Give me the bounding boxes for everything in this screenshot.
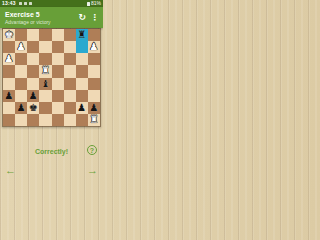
piece-black-king: ♚ (29, 102, 38, 112)
square-g8[interactable]: ♜ (76, 29, 88, 41)
square-d4[interactable]: ♝ (39, 78, 51, 90)
square-h2[interactable]: ♟ (88, 102, 100, 114)
square-c8[interactable] (27, 29, 39, 41)
square-e7[interactable] (52, 41, 64, 53)
square-c7[interactable] (27, 41, 39, 53)
clock: 13:43 (2, 0, 16, 7)
piece-black-rook: ♜ (77, 30, 86, 40)
square-f8[interactable] (64, 29, 76, 41)
square-f4[interactable] (64, 78, 76, 90)
square-h4[interactable] (88, 78, 100, 90)
square-a8[interactable]: ♚ (3, 29, 15, 41)
battery-percent: 81% (91, 0, 101, 7)
square-h3[interactable] (88, 90, 100, 102)
square-a3[interactable]: ♟ (3, 90, 15, 102)
square-h6[interactable] (88, 53, 100, 65)
square-c5[interactable] (27, 65, 39, 77)
next-exercise-button[interactable]: → (87, 165, 98, 176)
right-arrow-icon: → (87, 164, 98, 176)
notification-icon (24, 2, 27, 5)
square-f1[interactable] (64, 114, 76, 126)
square-c4[interactable] (27, 78, 39, 90)
piece-white-rook: ♜ (41, 66, 50, 76)
square-c1[interactable] (27, 114, 39, 126)
square-b4[interactable] (15, 78, 27, 90)
square-a1[interactable] (3, 114, 15, 126)
status-bar: 13:43 81% (0, 0, 103, 7)
piece-black-pawn: ♟ (5, 90, 14, 100)
square-a6[interactable]: ♟ (3, 53, 15, 65)
square-e5[interactable] (52, 65, 64, 77)
piece-black-pawn: ♟ (17, 102, 26, 112)
square-f6[interactable] (64, 53, 76, 65)
left-arrow-icon: ← (5, 164, 16, 176)
square-g6[interactable] (76, 53, 88, 65)
square-g7[interactable] (76, 41, 88, 53)
previous-exercise-button[interactable]: ← (5, 165, 16, 176)
square-f2[interactable] (64, 102, 76, 114)
piece-white-rook: ♜ (89, 114, 98, 124)
square-b8[interactable] (15, 29, 27, 41)
square-f3[interactable] (64, 90, 76, 102)
square-a2[interactable] (3, 102, 15, 114)
square-b3[interactable] (15, 90, 27, 102)
question-icon: ? (90, 147, 94, 154)
square-a5[interactable] (3, 65, 15, 77)
square-e6[interactable] (52, 53, 64, 65)
square-g2[interactable]: ♟ (76, 102, 88, 114)
notification-icon (19, 2, 22, 5)
square-d1[interactable] (39, 114, 51, 126)
square-f5[interactable] (64, 65, 76, 77)
piece-black-pawn: ♟ (77, 102, 86, 112)
piece-black-pawn: ♟ (29, 90, 38, 100)
square-a4[interactable] (3, 78, 15, 90)
square-c2[interactable]: ♚ (27, 102, 39, 114)
battery-icon (87, 2, 90, 6)
square-g4[interactable] (76, 78, 88, 90)
page-title: Exercise 5 (5, 11, 78, 19)
piece-black-bishop: ♝ (41, 78, 50, 88)
square-h5[interactable] (88, 65, 100, 77)
notification-icon (29, 2, 32, 5)
square-b5[interactable] (15, 65, 27, 77)
square-c6[interactable] (27, 53, 39, 65)
square-c3[interactable]: ♟ (27, 90, 39, 102)
square-e1[interactable] (52, 114, 64, 126)
square-e3[interactable] (52, 90, 64, 102)
square-b2[interactable]: ♟ (15, 102, 27, 114)
notification-icons (19, 2, 32, 5)
square-g1[interactable] (76, 114, 88, 126)
chess-board: ♚♜♟♟♟♜♝♟♟♟♚♟♟♜ (2, 28, 101, 127)
square-e2[interactable] (52, 102, 64, 114)
square-e8[interactable] (52, 29, 64, 41)
piece-white-pawn: ♟ (89, 42, 98, 52)
page-subtitle: Advantage or victory (5, 19, 78, 25)
square-h1[interactable]: ♜ (88, 114, 100, 126)
overflow-menu-icon[interactable]: ⋮ (91, 14, 99, 22)
square-e4[interactable] (52, 78, 64, 90)
square-b1[interactable] (15, 114, 27, 126)
square-g5[interactable] (76, 65, 88, 77)
square-d5[interactable]: ♜ (39, 65, 51, 77)
hint-button[interactable]: ? (87, 145, 97, 155)
square-g3[interactable] (76, 90, 88, 102)
square-b7[interactable]: ♟ (15, 41, 27, 53)
square-d2[interactable] (39, 102, 51, 114)
square-d7[interactable] (39, 41, 51, 53)
square-f7[interactable] (64, 41, 76, 53)
square-d6[interactable] (39, 53, 51, 65)
refresh-icon[interactable]: ↻ (78, 13, 86, 22)
battery-status: 81% (87, 0, 101, 7)
app-bar: Exercise 5 Advantage or victory ↻ ⋮ (0, 7, 103, 28)
square-a7[interactable] (3, 41, 15, 53)
square-h8[interactable] (88, 29, 100, 41)
piece-white-king: ♚ (5, 30, 14, 40)
piece-white-pawn: ♟ (5, 54, 14, 64)
square-d8[interactable] (39, 29, 51, 41)
square-b6[interactable] (15, 53, 27, 65)
piece-black-pawn: ♟ (89, 102, 98, 112)
square-h7[interactable]: ♟ (88, 41, 100, 53)
piece-white-pawn: ♟ (17, 42, 26, 52)
square-d3[interactable] (39, 90, 51, 102)
